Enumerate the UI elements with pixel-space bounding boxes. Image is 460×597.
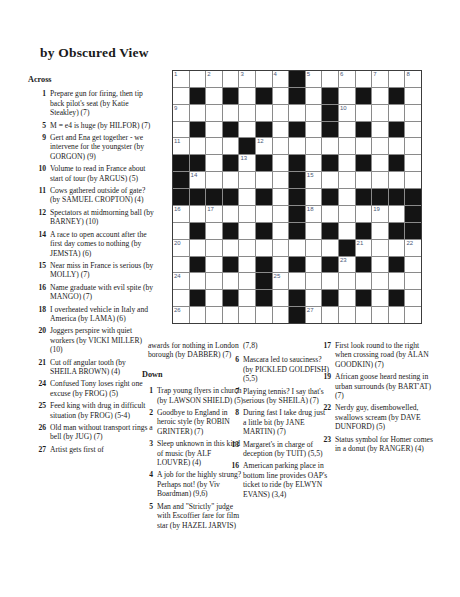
white-cell[interactable]	[273, 138, 289, 154]
clue-number: 9	[28, 133, 46, 161]
clue-item: 19African goose heard nesting in urban s…	[316, 372, 444, 400]
black-cell	[173, 172, 189, 188]
down-column-3: 17First look round to the right when cro…	[316, 341, 444, 456]
black-cell	[289, 189, 305, 205]
white-cell[interactable]	[173, 257, 189, 273]
white-cell[interactable]	[339, 88, 355, 104]
black-cell	[322, 105, 338, 121]
white-cell[interactable]	[239, 257, 255, 273]
white-cell[interactable]	[173, 88, 189, 104]
black-cell	[389, 189, 405, 205]
cell-number: 21	[357, 240, 364, 246]
white-cell[interactable]	[372, 223, 388, 239]
crossword-grid[interactable]: 1234567891011121314151617181920212223242…	[172, 70, 422, 324]
white-cell[interactable]	[372, 155, 388, 171]
across-heading: Across	[28, 75, 160, 84]
clue-number: 19	[316, 372, 331, 400]
clue-number: 11	[28, 186, 46, 205]
white-cell[interactable]	[173, 223, 189, 239]
white-cell[interactable]	[223, 138, 239, 154]
white-cell[interactable]: 23	[339, 257, 355, 273]
white-cell[interactable]: 26	[173, 307, 189, 323]
white-cell[interactable]	[339, 206, 355, 222]
white-cell[interactable]	[339, 307, 355, 323]
clue-number: 24	[28, 379, 46, 398]
white-cell[interactable]	[239, 223, 255, 239]
white-cell[interactable]: 15	[306, 172, 322, 188]
white-cell[interactable]: 6	[339, 71, 355, 87]
black-cell	[289, 122, 305, 138]
black-cell	[356, 155, 372, 171]
white-cell[interactable]	[239, 240, 255, 256]
white-cell[interactable]	[306, 240, 322, 256]
cell-number: 10	[340, 105, 347, 111]
clue-item: 16American parking place in bottom line …	[226, 461, 332, 499]
black-cell	[239, 138, 255, 154]
white-cell[interactable]	[289, 240, 305, 256]
black-cell	[389, 155, 405, 171]
cell-number: 25	[274, 273, 281, 279]
white-cell[interactable]	[405, 138, 421, 154]
black-cell	[190, 290, 206, 306]
black-cell	[322, 155, 338, 171]
white-cell[interactable]	[389, 105, 405, 121]
clue-text: Status symbol for Homer comes in a donut…	[335, 435, 437, 454]
clue-number: 5	[142, 502, 153, 530]
white-cell[interactable]	[273, 105, 289, 121]
clue-text: Volume to read in France about start of …	[50, 164, 154, 183]
white-cell[interactable]	[405, 290, 421, 306]
white-cell[interactable]	[256, 71, 272, 87]
white-cell[interactable]	[190, 71, 206, 87]
black-cell	[356, 223, 372, 239]
white-cell[interactable]	[206, 172, 222, 188]
white-cell[interactable]	[389, 307, 405, 323]
white-cell[interactable]	[356, 172, 372, 188]
clue-item: 12Spectators at midmorning ball (by BARN…	[28, 208, 160, 227]
black-cell	[356, 88, 372, 104]
clue-text: Feed king with drug in difficult situati…	[50, 401, 154, 420]
white-cell[interactable]: 18	[306, 206, 322, 222]
clue-item: 20Joggers perspire with quiet workers (b…	[28, 326, 160, 354]
white-cell[interactable]	[372, 273, 388, 289]
white-cell[interactable]	[223, 105, 239, 121]
white-cell[interactable]	[372, 290, 388, 306]
white-cell[interactable]	[306, 138, 322, 154]
black-cell	[256, 88, 272, 104]
white-cell[interactable]	[206, 88, 222, 104]
white-cell[interactable]	[372, 138, 388, 154]
black-cell	[322, 189, 338, 205]
clue-item: 24Confused Tony loses right one excuse (…	[28, 379, 160, 398]
clue-text: Joggers perspire with quiet workers (by …	[50, 326, 154, 354]
white-cell[interactable]	[206, 223, 222, 239]
white-cell[interactable]	[206, 290, 222, 306]
white-cell[interactable]	[239, 290, 255, 306]
white-cell[interactable]	[306, 105, 322, 121]
clue-item: 5M = e4 is huge (by HILFOR) (7)	[28, 121, 160, 130]
black-cell	[322, 223, 338, 239]
white-cell[interactable]	[339, 172, 355, 188]
clue-item: 22Nerdy guy, disembowelled, swallows scr…	[316, 403, 444, 431]
white-cell[interactable]	[339, 273, 355, 289]
cell-number: 26	[174, 307, 181, 313]
white-cell[interactable]: 11	[173, 138, 189, 154]
clue-number: 25	[28, 401, 46, 420]
white-cell[interactable]	[289, 105, 305, 121]
clue-number: 17	[316, 341, 331, 369]
clue-text: Man and "Strictly" judge with Escoffier …	[157, 502, 245, 530]
black-cell	[289, 307, 305, 323]
white-cell[interactable]	[306, 155, 322, 171]
white-cell[interactable]	[273, 189, 289, 205]
clue-text: M = e4 is huge (by HILFOR) (7)	[50, 121, 154, 130]
clue-text: Nerdy guy, disembowelled, swallows screa…	[335, 403, 437, 431]
white-cell[interactable]	[389, 240, 405, 256]
white-cell[interactable]: 2	[206, 71, 222, 87]
white-cell[interactable]	[273, 155, 289, 171]
cell-number: 13	[240, 155, 247, 161]
white-cell[interactable]	[372, 105, 388, 121]
clue-number: 26	[28, 423, 46, 442]
white-cell[interactable]: 4	[273, 71, 289, 87]
white-cell[interactable]	[239, 88, 255, 104]
white-cell[interactable]	[206, 257, 222, 273]
black-cell	[389, 290, 405, 306]
white-cell[interactable]: 19	[372, 206, 388, 222]
white-cell[interactable]: 1	[173, 71, 189, 87]
white-cell[interactable]	[206, 122, 222, 138]
clue-number: 27	[28, 445, 46, 454]
puzzle-page: by Obscured View 12345678910111213141516…	[0, 0, 460, 597]
black-cell	[223, 189, 239, 205]
white-cell[interactable]	[405, 122, 421, 138]
white-cell[interactable]	[339, 155, 355, 171]
white-cell[interactable]	[223, 172, 239, 188]
white-cell[interactable]	[405, 273, 421, 289]
white-cell[interactable]	[405, 155, 421, 171]
black-cell	[289, 206, 305, 222]
white-cell[interactable]	[356, 307, 372, 323]
white-cell[interactable]	[322, 71, 338, 87]
black-cell	[322, 88, 338, 104]
white-cell[interactable]	[356, 138, 372, 154]
white-cell[interactable]	[306, 223, 322, 239]
clue-text: Gert and Ena get together - we intervene…	[50, 133, 154, 161]
black-cell	[256, 223, 272, 239]
white-cell[interactable]	[372, 122, 388, 138]
white-cell[interactable]: 21	[356, 240, 372, 256]
black-cell	[405, 189, 421, 205]
black-cell	[289, 155, 305, 171]
clue-text: A race to open account after the first d…	[50, 230, 154, 258]
black-cell	[389, 122, 405, 138]
white-cell[interactable]	[405, 257, 421, 273]
white-cell[interactable]	[372, 307, 388, 323]
cell-number: 18	[307, 206, 314, 212]
clue-item: 26Old man without transport rings a bell…	[28, 423, 160, 442]
black-cell	[289, 71, 305, 87]
clue-text: Near miss in France is serious (by MOLLY…	[50, 261, 154, 280]
white-cell[interactable]	[339, 138, 355, 154]
white-cell[interactable]	[339, 122, 355, 138]
cell-number: 2	[207, 71, 210, 77]
white-cell[interactable]	[322, 138, 338, 154]
white-cell[interactable]: 27	[306, 307, 322, 323]
cell-number: 7	[373, 71, 376, 77]
black-cell	[256, 189, 272, 205]
black-cell	[190, 257, 206, 273]
clue-number: 21	[28, 358, 46, 377]
white-cell[interactable]	[389, 172, 405, 188]
white-cell[interactable]	[306, 122, 322, 138]
white-cell[interactable]	[372, 172, 388, 188]
clue-text: African goose heard nesting in urban sur…	[335, 372, 437, 400]
black-cell	[389, 88, 405, 104]
white-cell[interactable]	[306, 290, 322, 306]
cell-number: 27	[307, 307, 314, 313]
white-cell[interactable]	[239, 172, 255, 188]
white-cell[interactable]	[223, 206, 239, 222]
white-cell[interactable]: 13	[239, 155, 255, 171]
white-cell[interactable]: 8	[405, 71, 421, 87]
clue-item: 1Prepare gun for firing, then tip back p…	[28, 89, 160, 117]
white-cell[interactable]	[239, 189, 255, 205]
white-cell[interactable]: 16	[173, 206, 189, 222]
white-cell[interactable]	[389, 206, 405, 222]
white-cell[interactable]	[273, 206, 289, 222]
white-cell[interactable]: 22	[405, 240, 421, 256]
white-cell[interactable]: 25	[273, 273, 289, 289]
white-cell[interactable]	[239, 206, 255, 222]
white-cell[interactable]	[289, 273, 305, 289]
white-cell[interactable]	[372, 240, 388, 256]
white-cell[interactable]	[239, 307, 255, 323]
white-cell[interactable]	[405, 172, 421, 188]
white-cell[interactable]: 24	[173, 273, 189, 289]
white-cell[interactable]	[239, 105, 255, 121]
clue-item: 23Status symbol for Homer comes in a don…	[316, 435, 444, 454]
black-cell	[405, 206, 421, 222]
cell-number: 24	[174, 273, 181, 279]
clue-number: 18	[28, 305, 46, 324]
black-cell	[256, 273, 272, 289]
cell-number: 22	[406, 240, 413, 246]
white-cell[interactable]	[389, 273, 405, 289]
white-cell[interactable]	[339, 223, 355, 239]
white-cell[interactable]	[256, 206, 272, 222]
black-cell	[223, 290, 239, 306]
white-cell[interactable]	[389, 138, 405, 154]
white-cell[interactable]	[356, 105, 372, 121]
down-clue-list-3: 17First look round to the right when cro…	[316, 341, 444, 453]
white-cell[interactable]	[206, 105, 222, 121]
white-cell[interactable]: 7	[372, 71, 388, 87]
clue-number: 4	[142, 470, 153, 498]
clue-number: 10	[28, 164, 46, 183]
white-cell[interactable]	[206, 240, 222, 256]
white-cell[interactable]: 10	[339, 105, 355, 121]
white-cell[interactable]	[190, 138, 206, 154]
clue-number: 3	[142, 439, 153, 467]
clue-item: 5Man and "Strictly" judge with Escoffier…	[142, 502, 248, 530]
white-cell[interactable]	[306, 257, 322, 273]
clue-number: 22	[316, 403, 331, 431]
white-cell[interactable]	[339, 189, 355, 205]
black-cell	[389, 223, 405, 239]
white-cell[interactable]	[322, 240, 338, 256]
white-cell[interactable]	[256, 240, 272, 256]
white-cell[interactable]	[322, 307, 338, 323]
white-cell[interactable]	[322, 206, 338, 222]
white-cell[interactable]	[405, 105, 421, 121]
black-cell	[190, 88, 206, 104]
white-cell[interactable]	[190, 105, 206, 121]
black-cell	[322, 257, 338, 273]
cell-number: 15	[307, 172, 314, 178]
clue-item: 11Cows gathered outside of gate? (by SAM…	[28, 186, 160, 205]
white-cell[interactable]	[223, 71, 239, 87]
cell-number: 8	[406, 71, 409, 77]
black-cell	[289, 257, 305, 273]
clue-item: 16Name graduate with evil spite (by MANG…	[28, 283, 160, 302]
white-cell[interactable]	[223, 307, 239, 323]
black-cell	[256, 122, 272, 138]
black-cell	[256, 290, 272, 306]
clue-text: Spectators at midmorning ball (by BARNEY…	[50, 208, 154, 227]
white-cell[interactable]	[322, 273, 338, 289]
clue-number: 5	[28, 121, 46, 130]
white-cell[interactable]	[239, 273, 255, 289]
black-cell	[223, 122, 239, 138]
white-cell[interactable]	[356, 206, 372, 222]
clue-text: Cut off angular tooth (by SHEILA BROWN) …	[50, 358, 154, 377]
white-cell[interactable]	[322, 172, 338, 188]
white-cell[interactable]	[206, 155, 222, 171]
clue-number: 12	[28, 208, 46, 227]
white-cell[interactable]	[256, 307, 272, 323]
white-cell[interactable]	[273, 122, 289, 138]
white-cell[interactable]	[389, 71, 405, 87]
clue-number: 14	[28, 230, 46, 258]
clue-number: 7	[226, 387, 239, 406]
white-cell[interactable]	[306, 88, 322, 104]
white-cell[interactable]	[273, 172, 289, 188]
black-cell	[190, 155, 206, 171]
white-cell[interactable]	[372, 88, 388, 104]
white-cell[interactable]	[190, 240, 206, 256]
clue-number: 1	[28, 89, 46, 117]
white-cell[interactable]	[273, 240, 289, 256]
clue-text: I overheated vehicle in Italy and Americ…	[50, 305, 154, 324]
clue-number: 13	[226, 440, 239, 459]
white-cell[interactable]	[356, 71, 372, 87]
black-cell	[256, 257, 272, 273]
white-cell[interactable]	[256, 105, 272, 121]
black-cell	[223, 257, 239, 273]
white-cell[interactable]: 12	[256, 138, 272, 154]
white-cell[interactable]	[173, 122, 189, 138]
white-cell[interactable]	[256, 172, 272, 188]
cell-number: 19	[373, 206, 380, 212]
white-cell[interactable]: 17	[206, 206, 222, 222]
white-cell[interactable]: 20	[173, 240, 189, 256]
cell-number: 1	[174, 71, 177, 77]
white-cell[interactable]	[206, 273, 222, 289]
black-cell	[322, 122, 338, 138]
cell-number: 20	[174, 240, 181, 246]
white-cell[interactable]	[190, 273, 206, 289]
white-cell[interactable]	[206, 138, 222, 154]
white-cell[interactable]	[273, 307, 289, 323]
black-cell	[173, 189, 189, 205]
cell-number: 14	[191, 172, 198, 178]
white-cell[interactable]	[223, 240, 239, 256]
clue-number: 15	[28, 261, 46, 280]
white-cell[interactable]	[306, 273, 322, 289]
black-cell	[289, 223, 305, 239]
cell-number: 5	[307, 71, 310, 77]
white-cell[interactable]	[223, 273, 239, 289]
white-cell[interactable]	[190, 206, 206, 222]
cell-number: 3	[240, 71, 243, 77]
white-cell[interactable]	[273, 88, 289, 104]
black-cell	[339, 240, 355, 256]
white-cell[interactable]	[273, 290, 289, 306]
black-cell	[405, 223, 421, 239]
white-cell[interactable]	[372, 257, 388, 273]
white-cell[interactable]	[190, 307, 206, 323]
puzzle-title: by Obscured View	[40, 45, 149, 61]
clue-text: Artist gets first of	[50, 445, 154, 454]
white-cell[interactable]	[239, 122, 255, 138]
black-cell	[190, 189, 206, 205]
white-cell[interactable]	[306, 189, 322, 205]
white-cell[interactable]	[206, 307, 222, 323]
clue-item: 25Feed king with drug in difficult situa…	[28, 401, 160, 420]
white-cell[interactable]	[405, 307, 421, 323]
black-cell	[206, 189, 222, 205]
white-cell[interactable]	[173, 290, 189, 306]
black-cell	[372, 189, 388, 205]
white-cell[interactable]: 9	[173, 105, 189, 121]
clue-number: 23	[316, 435, 331, 454]
clue-number: 16	[28, 283, 46, 302]
black-cell	[223, 223, 239, 239]
black-cell	[389, 257, 405, 273]
cell-number: 9	[174, 105, 177, 111]
white-cell[interactable]	[273, 223, 289, 239]
black-cell	[190, 223, 206, 239]
white-cell[interactable]	[273, 257, 289, 273]
clue-item: 21Cut off angular tooth (by SHEILA BROWN…	[28, 358, 160, 377]
black-cell	[223, 155, 239, 171]
clue-item: 15Near miss in France is serious (by MOL…	[28, 261, 160, 280]
white-cell[interactable]: 14	[190, 172, 206, 188]
black-cell	[190, 122, 206, 138]
cell-number: 12	[257, 138, 264, 144]
white-cell[interactable]	[356, 273, 372, 289]
white-cell[interactable]: 5	[306, 71, 322, 87]
black-cell	[289, 88, 305, 104]
white-cell[interactable]: 3	[239, 71, 255, 87]
clue-item: 9Gert and Ena get together - we interven…	[28, 133, 160, 161]
clue-number: 1	[142, 386, 153, 405]
black-cell	[256, 155, 272, 171]
white-cell[interactable]	[339, 290, 355, 306]
white-cell[interactable]	[405, 88, 421, 104]
white-cell[interactable]	[289, 138, 305, 154]
